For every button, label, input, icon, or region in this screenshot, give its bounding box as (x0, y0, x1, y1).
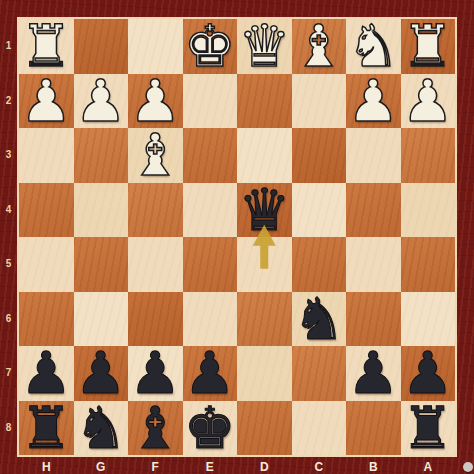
white-pawn-b2[interactable]: ♟ (347, 74, 399, 128)
black-pawn-a7[interactable]: ♟ (402, 346, 454, 400)
white-rook-h1[interactable]: ♜ (20, 19, 72, 73)
square-b7[interactable]: ♟ (346, 346, 401, 401)
white-pawn-f2[interactable]: ♟ (129, 74, 181, 128)
square-b2[interactable]: ♟ (346, 74, 401, 129)
square-f1[interactable] (128, 19, 183, 74)
square-e3[interactable] (183, 128, 238, 183)
square-a1[interactable]: ♜ (401, 19, 456, 74)
square-d4[interactable]: ♛ (237, 183, 292, 238)
rank-label-3: 3 (2, 149, 15, 160)
white-pawn-a2[interactable]: ♟ (402, 74, 454, 128)
rank-label-5: 5 (2, 258, 15, 269)
square-e6[interactable] (183, 292, 238, 347)
square-h6[interactable] (19, 292, 74, 347)
square-g6[interactable] (74, 292, 129, 347)
rank-label-1: 1 (2, 40, 15, 51)
black-knight-g8[interactable]: ♞ (75, 401, 127, 455)
rank-label-2: 2 (2, 95, 15, 106)
corner-dot (463, 462, 473, 472)
square-g3[interactable] (74, 128, 129, 183)
file-label-C: C (314, 460, 323, 474)
black-pawn-b7[interactable]: ♟ (347, 346, 399, 400)
square-d8[interactable] (237, 401, 292, 456)
black-king-e8[interactable]: ♚ (184, 401, 236, 455)
square-b4[interactable] (346, 183, 401, 238)
file-label-B: B (369, 460, 378, 474)
square-e1[interactable]: ♚ (183, 19, 238, 74)
white-knight-b1[interactable]: ♞ (347, 19, 399, 73)
square-f3[interactable]: ♝ (128, 128, 183, 183)
square-g1[interactable] (74, 19, 129, 74)
square-e7[interactable]: ♟ (183, 346, 238, 401)
square-c5[interactable] (292, 237, 347, 292)
black-rook-h8[interactable]: ♜ (20, 401, 72, 455)
square-c3[interactable] (292, 128, 347, 183)
square-h1[interactable]: ♜ (19, 19, 74, 74)
white-rook-a1[interactable]: ♜ (402, 19, 454, 73)
square-c8[interactable] (292, 401, 347, 456)
rank-label-8: 8 (2, 422, 15, 433)
square-g4[interactable] (74, 183, 129, 238)
square-e4[interactable] (183, 183, 238, 238)
square-h8[interactable]: ♜ (19, 401, 74, 456)
square-a2[interactable]: ♟ (401, 74, 456, 129)
chess-board: ♜♚♛♝♞♜♟♟♟♟♟♝♛♞♟♟♟♟♟♟♜♞♝♚♜ (19, 19, 455, 455)
square-a8[interactable]: ♜ (401, 401, 456, 456)
square-g2[interactable]: ♟ (74, 74, 129, 129)
file-label-G: G (96, 460, 105, 474)
square-b1[interactable]: ♞ (346, 19, 401, 74)
black-bishop-f8[interactable]: ♝ (129, 401, 181, 455)
square-c4[interactable] (292, 183, 347, 238)
white-queen-d1[interactable]: ♛ (238, 19, 290, 73)
square-g7[interactable]: ♟ (74, 346, 129, 401)
square-d6[interactable] (237, 292, 292, 347)
rank-label-7: 7 (2, 367, 15, 378)
square-b8[interactable] (346, 401, 401, 456)
white-bishop-c1[interactable]: ♝ (293, 19, 345, 73)
white-bishop-f3[interactable]: ♝ (129, 128, 181, 182)
square-d3[interactable] (237, 128, 292, 183)
square-a5[interactable] (401, 237, 456, 292)
square-f4[interactable] (128, 183, 183, 238)
square-h2[interactable]: ♟ (19, 74, 74, 129)
file-label-H: H (42, 460, 51, 474)
square-b6[interactable] (346, 292, 401, 347)
square-a7[interactable]: ♟ (401, 346, 456, 401)
square-b5[interactable] (346, 237, 401, 292)
rank-label-6: 6 (2, 313, 15, 324)
square-e8[interactable]: ♚ (183, 401, 238, 456)
square-e2[interactable] (183, 74, 238, 129)
square-c1[interactable]: ♝ (292, 19, 347, 74)
square-g8[interactable]: ♞ (74, 401, 129, 456)
square-f2[interactable]: ♟ (128, 74, 183, 129)
white-king-e1[interactable]: ♚ (184, 19, 236, 73)
file-label-D: D (260, 460, 269, 474)
square-f7[interactable]: ♟ (128, 346, 183, 401)
file-label-F: F (152, 460, 159, 474)
square-b3[interactable] (346, 128, 401, 183)
black-queen-d4[interactable]: ♛ (238, 183, 290, 237)
black-rook-a8[interactable]: ♜ (402, 401, 454, 455)
square-a3[interactable] (401, 128, 456, 183)
black-pawn-g7[interactable]: ♟ (75, 346, 127, 400)
square-h4[interactable] (19, 183, 74, 238)
square-a6[interactable] (401, 292, 456, 347)
file-label-A: A (423, 460, 432, 474)
square-h5[interactable] (19, 237, 74, 292)
square-g5[interactable] (74, 237, 129, 292)
square-c6[interactable]: ♞ (292, 292, 347, 347)
square-d7[interactable] (237, 346, 292, 401)
file-label-E: E (206, 460, 214, 474)
black-pawn-f7[interactable]: ♟ (129, 346, 181, 400)
square-c7[interactable] (292, 346, 347, 401)
square-d1[interactable]: ♛ (237, 19, 292, 74)
white-pawn-h2[interactable]: ♟ (20, 74, 72, 128)
square-f8[interactable]: ♝ (128, 401, 183, 456)
black-pawn-e7[interactable]: ♟ (184, 346, 236, 400)
chess-board-frame: ♜♚♛♝♞♜♟♟♟♟♟♝♛♞♟♟♟♟♟♟♜♞♝♚♜ 12345678HGFEDC… (0, 0, 474, 474)
rank-label-4: 4 (2, 204, 15, 215)
black-pawn-h7[interactable]: ♟ (20, 346, 72, 400)
square-h3[interactable] (19, 128, 74, 183)
square-f5[interactable] (128, 237, 183, 292)
black-knight-c6[interactable]: ♞ (293, 292, 345, 346)
square-d5[interactable] (237, 237, 292, 292)
square-a4[interactable] (401, 183, 456, 238)
square-d2[interactable] (237, 74, 292, 129)
square-e5[interactable] (183, 237, 238, 292)
square-f6[interactable] (128, 292, 183, 347)
square-h7[interactable]: ♟ (19, 346, 74, 401)
square-c2[interactable] (292, 74, 347, 129)
white-pawn-g2[interactable]: ♟ (75, 74, 127, 128)
